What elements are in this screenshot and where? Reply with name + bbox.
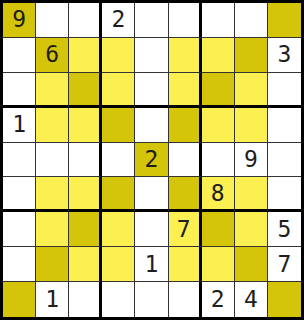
cell-r6c7[interactable]: 8: [202, 177, 235, 212]
cell-r8c9[interactable]: 7: [268, 247, 301, 282]
cell-r1c8[interactable]: [235, 3, 268, 38]
cell-r1c1[interactable]: 9: [3, 3, 36, 38]
cell-r8c4[interactable]: [102, 247, 135, 282]
cell-r1c4[interactable]: 2: [102, 3, 135, 38]
cell-r1c5[interactable]: [135, 3, 168, 38]
cell-r4c3[interactable]: [69, 108, 102, 143]
cell-r7c7[interactable]: [202, 212, 235, 247]
cell-r1c6[interactable]: [169, 3, 202, 38]
cell-r2c2[interactable]: 6: [36, 38, 69, 73]
cell-r8c1[interactable]: [3, 247, 36, 282]
cell-r4c2[interactable]: [36, 108, 69, 143]
cell-r1c7[interactable]: [202, 3, 235, 38]
cell-r2c6[interactable]: [169, 38, 202, 73]
cell-r5c1[interactable]: [3, 143, 36, 178]
cell-r7c4[interactable]: [102, 212, 135, 247]
cell-r9c1[interactable]: [3, 282, 36, 317]
cell-r3c8[interactable]: [235, 73, 268, 108]
cell-r7c6[interactable]: 7: [169, 212, 202, 247]
cell-r3c5[interactable]: [135, 73, 168, 108]
cell-r5c9[interactable]: [268, 143, 301, 178]
cell-r9c2[interactable]: 1: [36, 282, 69, 317]
cell-r3c1[interactable]: [3, 73, 36, 108]
cell-r5c6[interactable]: [169, 143, 202, 178]
cell-r4c9[interactable]: [268, 108, 301, 143]
cell-r2c7[interactable]: [202, 38, 235, 73]
cell-r2c3[interactable]: [69, 38, 102, 73]
cell-r9c3[interactable]: [69, 282, 102, 317]
cell-r6c6[interactable]: [169, 177, 202, 212]
cell-r8c3[interactable]: [69, 247, 102, 282]
cell-r9c8[interactable]: 4: [235, 282, 268, 317]
cell-r4c1[interactable]: 1: [3, 108, 36, 143]
cell-r4c6[interactable]: [169, 108, 202, 143]
cell-r3c3[interactable]: [69, 73, 102, 108]
cell-r5c2[interactable]: [36, 143, 69, 178]
cell-r9c4[interactable]: [102, 282, 135, 317]
cell-r6c8[interactable]: [235, 177, 268, 212]
cell-r7c3[interactable]: [69, 212, 102, 247]
cell-r6c9[interactable]: [268, 177, 301, 212]
cell-r8c6[interactable]: [169, 247, 202, 282]
cell-r5c5[interactable]: 2: [135, 143, 168, 178]
cell-r2c8[interactable]: [235, 38, 268, 73]
sudoku-board: 926312987517124: [0, 0, 304, 320]
cell-r7c8[interactable]: [235, 212, 268, 247]
cell-r5c3[interactable]: [69, 143, 102, 178]
cell-r4c5[interactable]: [135, 108, 168, 143]
cell-r3c6[interactable]: [169, 73, 202, 108]
cell-r3c4[interactable]: [102, 73, 135, 108]
cell-r3c7[interactable]: [202, 73, 235, 108]
cell-r9c9[interactable]: [268, 282, 301, 317]
cell-r1c3[interactable]: [69, 3, 102, 38]
cell-r7c1[interactable]: [3, 212, 36, 247]
cell-r6c3[interactable]: [69, 177, 102, 212]
cell-r9c6[interactable]: [169, 282, 202, 317]
cell-r6c4[interactable]: [102, 177, 135, 212]
cell-r5c4[interactable]: [102, 143, 135, 178]
cell-r4c4[interactable]: [102, 108, 135, 143]
cell-r5c7[interactable]: [202, 143, 235, 178]
cell-r3c9[interactable]: [268, 73, 301, 108]
cell-r2c9[interactable]: 3: [268, 38, 301, 73]
cell-r8c8[interactable]: [235, 247, 268, 282]
cell-r6c1[interactable]: [3, 177, 36, 212]
cell-r8c5[interactable]: 1: [135, 247, 168, 282]
cell-r4c8[interactable]: [235, 108, 268, 143]
cell-r7c9[interactable]: 5: [268, 212, 301, 247]
cell-r2c5[interactable]: [135, 38, 168, 73]
cell-r8c7[interactable]: [202, 247, 235, 282]
cell-r9c5[interactable]: [135, 282, 168, 317]
cell-r3c2[interactable]: [36, 73, 69, 108]
cell-r2c4[interactable]: [102, 38, 135, 73]
cell-r7c2[interactable]: [36, 212, 69, 247]
cell-r5c8[interactable]: 9: [235, 143, 268, 178]
cell-r1c9[interactable]: [268, 3, 301, 38]
cell-r1c2[interactable]: [36, 3, 69, 38]
cell-r7c5[interactable]: [135, 212, 168, 247]
cell-r6c5[interactable]: [135, 177, 168, 212]
cell-r2c1[interactable]: [3, 38, 36, 73]
cell-r4c7[interactable]: [202, 108, 235, 143]
cell-r6c2[interactable]: [36, 177, 69, 212]
cell-r8c2[interactable]: [36, 247, 69, 282]
cell-r9c7[interactable]: 2: [202, 282, 235, 317]
